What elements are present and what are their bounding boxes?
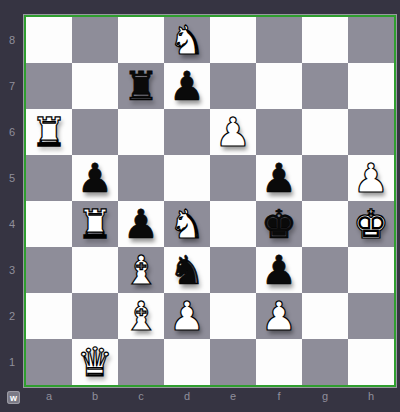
file-label-f: f (256, 390, 302, 403)
file-label-d: d (164, 390, 210, 403)
square-h2[interactable] (348, 293, 394, 339)
square-f5[interactable]: ♟ (256, 155, 302, 201)
square-f3[interactable]: ♟ (256, 247, 302, 293)
square-b1[interactable]: ♛ (72, 339, 118, 385)
white-pawn-e6-piece[interactable]: ♟ (215, 109, 251, 155)
square-b5[interactable]: ♟ (72, 155, 118, 201)
square-g1[interactable] (302, 339, 348, 385)
square-h6[interactable] (348, 109, 394, 155)
square-g4[interactable] (302, 201, 348, 247)
square-g7[interactable] (302, 63, 348, 109)
square-b3[interactable] (72, 247, 118, 293)
white-queen-b1-piece[interactable]: ♛ (77, 339, 113, 385)
black-king-f4-piece[interactable]: ♚ (261, 201, 297, 247)
black-pawn-c4-piece[interactable]: ♟ (123, 201, 159, 247)
board: ♞♜♟♜♟♟♟♟♜♟♞♚♚♝♞♟♝♟♟♛ (26, 17, 394, 385)
file-label-e: e (210, 390, 256, 403)
white-bishop-c2-piece[interactable]: ♝ (123, 293, 159, 339)
rank-label-4: 4 (0, 201, 24, 247)
square-d5[interactable] (164, 155, 210, 201)
square-a3[interactable] (26, 247, 72, 293)
square-h5[interactable]: ♟ (348, 155, 394, 201)
square-c3[interactable]: ♝ (118, 247, 164, 293)
square-c1[interactable] (118, 339, 164, 385)
file-labels: abcdefgh (26, 390, 394, 403)
white-knight-d8-piece[interactable]: ♞ (169, 17, 205, 63)
square-e2[interactable] (210, 293, 256, 339)
square-g8[interactable] (302, 17, 348, 63)
square-g6[interactable] (302, 109, 348, 155)
turn-indicator: w (7, 391, 20, 404)
white-knight-d4-piece[interactable]: ♞ (169, 201, 205, 247)
black-knight-d3-piece[interactable]: ♞ (169, 247, 205, 293)
square-c6[interactable] (118, 109, 164, 155)
white-bishop-c3-piece[interactable]: ♝ (123, 247, 159, 293)
white-king-h4-piece[interactable]: ♚ (353, 201, 389, 247)
square-e8[interactable] (210, 17, 256, 63)
square-h1[interactable] (348, 339, 394, 385)
square-f1[interactable] (256, 339, 302, 385)
square-d4[interactable]: ♞ (164, 201, 210, 247)
square-b7[interactable] (72, 63, 118, 109)
square-b4[interactable]: ♜ (72, 201, 118, 247)
square-b8[interactable] (72, 17, 118, 63)
square-h3[interactable] (348, 247, 394, 293)
white-rook-b4-piece[interactable]: ♜ (77, 201, 113, 247)
square-a1[interactable] (26, 339, 72, 385)
square-e1[interactable] (210, 339, 256, 385)
black-pawn-d7-piece[interactable]: ♟ (169, 63, 205, 109)
rank-label-2: 2 (0, 293, 24, 339)
white-rook-a6-piece[interactable]: ♜ (31, 109, 67, 155)
square-e4[interactable] (210, 201, 256, 247)
square-c4[interactable]: ♟ (118, 201, 164, 247)
rank-label-8: 8 (0, 17, 24, 63)
square-c7[interactable]: ♜ (118, 63, 164, 109)
square-g3[interactable] (302, 247, 348, 293)
square-h7[interactable] (348, 63, 394, 109)
file-label-h: h (348, 390, 394, 403)
rank-labels: 87654321 (0, 17, 24, 385)
file-label-a: a (26, 390, 72, 403)
square-f8[interactable] (256, 17, 302, 63)
square-h8[interactable] (348, 17, 394, 63)
square-g2[interactable] (302, 293, 348, 339)
square-f4[interactable]: ♚ (256, 201, 302, 247)
square-f2[interactable]: ♟ (256, 293, 302, 339)
black-pawn-f5-piece[interactable]: ♟ (261, 155, 297, 201)
square-c8[interactable] (118, 17, 164, 63)
square-h4[interactable]: ♚ (348, 201, 394, 247)
file-label-c: c (118, 390, 164, 403)
square-a7[interactable] (26, 63, 72, 109)
square-d2[interactable]: ♟ (164, 293, 210, 339)
white-pawn-h5-piece[interactable]: ♟ (353, 155, 389, 201)
square-a8[interactable] (26, 17, 72, 63)
square-d6[interactable] (164, 109, 210, 155)
square-c5[interactable] (118, 155, 164, 201)
square-d7[interactable]: ♟ (164, 63, 210, 109)
square-a2[interactable] (26, 293, 72, 339)
square-b6[interactable] (72, 109, 118, 155)
square-f6[interactable] (256, 109, 302, 155)
square-d1[interactable] (164, 339, 210, 385)
file-label-g: g (302, 390, 348, 403)
square-e6[interactable]: ♟ (210, 109, 256, 155)
square-e5[interactable] (210, 155, 256, 201)
square-a6[interactable]: ♜ (26, 109, 72, 155)
square-f7[interactable] (256, 63, 302, 109)
rank-label-1: 1 (0, 339, 24, 385)
black-pawn-f3-piece[interactable]: ♟ (261, 247, 297, 293)
board-frame: ♞♜♟♜♟♟♟♟♜♟♞♚♚♝♞♟♝♟♟♛ (24, 15, 396, 387)
square-a5[interactable] (26, 155, 72, 201)
white-pawn-f2-piece[interactable]: ♟ (261, 293, 297, 339)
square-b2[interactable] (72, 293, 118, 339)
rank-label-6: 6 (0, 109, 24, 155)
square-e7[interactable] (210, 63, 256, 109)
black-pawn-b5-piece[interactable]: ♟ (77, 155, 113, 201)
white-pawn-d2-piece[interactable]: ♟ (169, 293, 205, 339)
black-rook-c7-piece[interactable]: ♜ (123, 63, 159, 109)
rank-label-7: 7 (0, 63, 24, 109)
file-label-b: b (72, 390, 118, 403)
square-c2[interactable]: ♝ (118, 293, 164, 339)
square-d3[interactable]: ♞ (164, 247, 210, 293)
rank-label-5: 5 (0, 155, 24, 201)
rank-label-3: 3 (0, 247, 24, 293)
square-e3[interactable] (210, 247, 256, 293)
square-a4[interactable] (26, 201, 72, 247)
square-g5[interactable] (302, 155, 348, 201)
square-d8[interactable]: ♞ (164, 17, 210, 63)
